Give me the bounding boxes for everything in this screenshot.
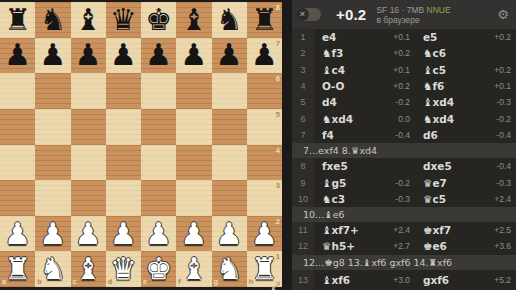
square-h6[interactable]: 6 xyxy=(247,73,282,109)
black-bishop[interactable]: ♝ xyxy=(180,5,207,35)
black-pawn[interactable]: ♟ xyxy=(216,40,243,70)
black-eval: +0.2 xyxy=(494,65,511,75)
white-eval: +0.2 xyxy=(393,48,410,58)
black-eval: -0.3 xyxy=(496,178,511,188)
black-bishop[interactable]: ♝ xyxy=(75,5,102,35)
square-g4[interactable] xyxy=(212,145,247,181)
black-pawn[interactable]: ♟ xyxy=(180,40,207,70)
square-a5[interactable] xyxy=(0,109,35,145)
variation-line-1[interactable]: 7...exf4 8.♛xd4 xyxy=(292,143,516,158)
black-move[interactable]: ♝c5 xyxy=(423,64,446,76)
white-eval: 0.0 xyxy=(398,114,410,124)
move-row-11[interactable]: 11 ♝xf7++2.4 ♚xf7+2.5 xyxy=(292,222,516,238)
move-number: 5 xyxy=(292,94,314,110)
square-a6[interactable] xyxy=(0,73,35,109)
square-f2[interactable]: ♟ xyxy=(176,216,211,252)
square-e6[interactable] xyxy=(141,73,176,109)
white-move[interactable]: ♞c3 xyxy=(322,193,345,205)
square-f6[interactable] xyxy=(176,73,211,109)
black-move[interactable]: ♛e7 xyxy=(423,177,447,189)
square-c8[interactable]: ♝ xyxy=(71,2,106,38)
white-move[interactable]: ♝c4 xyxy=(322,64,345,76)
rank-label-2: 2 xyxy=(276,218,280,226)
square-f5[interactable] xyxy=(176,109,211,145)
white-pawn[interactable]: ♟ xyxy=(39,219,66,249)
square-b3[interactable] xyxy=(35,180,70,216)
square-a1[interactable]: a♜ xyxy=(0,251,35,287)
variation-line-3[interactable]: 12...♚g8 13.♝xf6 gxf6 14.♜xf6 xyxy=(292,255,516,270)
move-number: 13 xyxy=(292,270,314,290)
square-h3[interactable]: 3 xyxy=(247,180,282,216)
white-eval: -0.3 xyxy=(395,194,410,204)
square-h8[interactable]: 8♜ xyxy=(247,2,282,38)
black-eval: -0.3 xyxy=(496,97,511,107)
engine-settings-gear-icon[interactable]: ⚙ xyxy=(497,8,509,21)
white-move[interactable]: ♝xf7+ xyxy=(322,224,359,236)
white-bishop[interactable]: ♝ xyxy=(180,254,207,284)
file-label-f: f xyxy=(178,278,181,286)
square-f3[interactable] xyxy=(176,180,211,216)
move-row-7[interactable]: 7 f4-0.4 d6-0.4 xyxy=(292,127,516,143)
move-row-10[interactable]: 10 ♞c3-0.3 ♛c5+2.4 xyxy=(292,191,516,207)
move-number: 3 xyxy=(292,62,314,78)
black-move[interactable]: gxf6 xyxy=(423,274,449,286)
square-b1[interactable]: b♞ xyxy=(35,251,70,287)
black-knight[interactable]: ♞ xyxy=(39,5,66,35)
file-label-c: c xyxy=(73,278,77,286)
move-number: 10 xyxy=(292,191,314,207)
black-move[interactable]: ♛c5 xyxy=(423,193,446,205)
white-move[interactable]: f4 xyxy=(322,129,334,141)
analysis-panel: × +0.2 SF 16 · 7MB NNUE в браузере ⚙ 1 e… xyxy=(292,0,516,290)
square-h5[interactable]: 5 xyxy=(247,109,282,145)
move-row-3[interactable]: 3 ♝c4+0.1 ♝c5+0.2 xyxy=(292,62,516,78)
move-row-12[interactable]: 12 ♛h5++2.7 ♚e6+3.6 xyxy=(292,238,516,254)
square-a4[interactable] xyxy=(0,145,35,181)
square-g2[interactable]: ♟ xyxy=(212,216,247,252)
square-c4[interactable] xyxy=(71,145,106,181)
square-g1[interactable]: g♞ xyxy=(212,251,247,287)
board-resize-handle-icon[interactable] xyxy=(271,277,281,287)
white-pawn[interactable]: ♟ xyxy=(110,219,137,249)
square-e8[interactable]: ♚ xyxy=(141,2,176,38)
move-row-1[interactable]: 1 e4+0.1 e5+0.2 xyxy=(292,29,516,45)
square-a8[interactable]: ♜ xyxy=(0,2,35,38)
engine-eval: +0.2 xyxy=(336,6,366,23)
square-g3[interactable] xyxy=(212,180,247,216)
black-rook[interactable]: ♜ xyxy=(4,5,31,35)
rank-label-7: 7 xyxy=(276,40,280,48)
rank-label-1: 1 xyxy=(276,253,280,261)
black-eval: -0.2 xyxy=(496,114,511,124)
black-move[interactable]: ♚e6 xyxy=(423,240,447,252)
file-label-e: e xyxy=(143,278,147,286)
square-e1[interactable]: e♚ xyxy=(141,251,176,287)
move-number: 12 xyxy=(292,238,314,254)
move-row-5[interactable]: 5 d4-0.2 ♝xd4-0.3 xyxy=(292,94,516,110)
rank-label-3: 3 xyxy=(276,182,280,190)
move-row-2[interactable]: 2 ♞f3+0.2 ♞c6 xyxy=(292,45,516,61)
black-pawn[interactable]: ♟ xyxy=(39,40,66,70)
black-pawn[interactable]: ♟ xyxy=(75,40,102,70)
white-eval: +2.4 xyxy=(393,225,410,235)
square-e2[interactable]: ♟ xyxy=(141,216,176,252)
black-knight[interactable]: ♞ xyxy=(216,5,243,35)
square-a3[interactable] xyxy=(0,180,35,216)
white-bishop[interactable]: ♝ xyxy=(75,254,102,284)
white-move[interactable]: ♝g5 xyxy=(322,177,346,189)
chess-board-area: ♜♞♝♛♚♝♞8♜♟♟♟♟♟♟♟7♟6543♟♟♟♟♟♟♟2♟a♜b♞c♝d♛e… xyxy=(0,0,292,290)
white-rook[interactable]: ♜ xyxy=(4,254,31,284)
square-d4[interactable] xyxy=(106,145,141,181)
move-number: 4 xyxy=(292,78,314,94)
engine-nnue-badge: NNUE xyxy=(427,5,451,15)
white-pawn[interactable]: ♟ xyxy=(180,219,207,249)
black-king[interactable]: ♚ xyxy=(145,5,172,35)
white-move[interactable]: ♝xf6 xyxy=(322,274,350,286)
black-move[interactable]: dxe5 xyxy=(423,160,452,172)
square-c1[interactable]: c♝ xyxy=(71,251,106,287)
white-eval: -0.4 xyxy=(395,130,410,140)
square-d2[interactable]: ♟ xyxy=(106,216,141,252)
white-move[interactable]: ♛h5+ xyxy=(322,240,355,252)
square-g7[interactable]: ♟ xyxy=(212,38,247,74)
move-number: 9 xyxy=(292,174,314,190)
white-move[interactable]: fxe5 xyxy=(322,160,348,172)
variation-line-2[interactable]: 10...♝e6 xyxy=(292,207,516,222)
white-eval: +3.0 xyxy=(393,275,410,285)
black-eval: -0.4 xyxy=(496,161,511,171)
black-eval: +0.1 xyxy=(494,81,511,91)
black-eval: +5.2 xyxy=(494,275,511,285)
square-f8[interactable]: ♝ xyxy=(176,2,211,38)
square-d6[interactable] xyxy=(106,73,141,109)
move-row-8[interactable]: 8 fxe5 dxe5-0.4 xyxy=(292,158,516,174)
white-pawn[interactable]: ♟ xyxy=(75,219,102,249)
square-g5[interactable] xyxy=(212,109,247,145)
square-b8[interactable]: ♞ xyxy=(35,2,70,38)
square-b7[interactable]: ♟ xyxy=(35,38,70,74)
black-pawn[interactable]: ♟ xyxy=(251,40,278,70)
black-move[interactable]: e5 xyxy=(423,31,437,43)
square-c6[interactable] xyxy=(71,73,106,109)
move-number: 6 xyxy=(292,110,314,126)
black-move[interactable]: ♞f6 xyxy=(423,80,444,92)
white-knight[interactable]: ♞ xyxy=(216,254,243,284)
move-number: 7 xyxy=(292,127,314,143)
white-eval: +0.2 xyxy=(393,81,410,91)
white-eval: -0.2 xyxy=(395,178,410,188)
engine-header: × +0.2 SF 16 · 7MB NNUE в браузере ⚙ xyxy=(292,0,516,29)
engine-info: SF 16 · 7MB NNUE в браузере xyxy=(376,5,450,25)
white-king[interactable]: ♚ xyxy=(145,254,172,284)
white-eval: +0.1 xyxy=(393,32,410,42)
square-c2[interactable]: ♟ xyxy=(71,216,106,252)
black-eval: +3.6 xyxy=(494,241,511,251)
black-move[interactable]: ♝xd4 xyxy=(423,96,454,108)
black-queen[interactable]: ♛ xyxy=(110,5,137,35)
rank-label-8: 8 xyxy=(276,4,280,12)
white-pawn[interactable]: ♟ xyxy=(251,219,278,249)
square-c7[interactable]: ♟ xyxy=(71,38,106,74)
white-eval: -0.2 xyxy=(395,97,410,107)
rank-label-6: 6 xyxy=(276,75,280,83)
engine-toggle[interactable]: × xyxy=(296,8,321,21)
engine-toggle-knob-icon[interactable]: × xyxy=(296,8,309,21)
square-f7[interactable]: ♟ xyxy=(176,38,211,74)
square-b4[interactable] xyxy=(35,145,70,181)
engine-name: SF 16 · 7MB xyxy=(376,5,424,15)
move-number: 1 xyxy=(292,29,314,45)
square-e7[interactable]: ♟ xyxy=(141,38,176,74)
white-move[interactable]: ♞xd4 xyxy=(322,113,353,125)
square-h7[interactable]: 7♟ xyxy=(247,38,282,74)
move-row-9[interactable]: 9 ♝g5-0.2 ♛e7-0.3 xyxy=(292,174,516,190)
black-move[interactable]: ♞xd4 xyxy=(423,113,454,125)
white-queen[interactable]: ♛ xyxy=(110,254,137,284)
square-e5[interactable] xyxy=(141,109,176,145)
file-label-h: h xyxy=(249,278,254,286)
move-number: 11 xyxy=(292,222,314,238)
black-pawn[interactable]: ♟ xyxy=(145,40,172,70)
square-h4[interactable]: 4 xyxy=(247,145,282,181)
square-g6[interactable] xyxy=(212,73,247,109)
black-rook[interactable]: ♜ xyxy=(251,5,278,35)
white-move[interactable]: e4 xyxy=(322,31,336,43)
square-f4[interactable] xyxy=(176,145,211,181)
square-d7[interactable]: ♟ xyxy=(106,38,141,74)
black-eval: -0.4 xyxy=(496,130,511,140)
square-b6[interactable] xyxy=(35,73,70,109)
square-d8[interactable]: ♛ xyxy=(106,2,141,38)
square-f1[interactable]: f♝ xyxy=(176,251,211,287)
black-pawn[interactable]: ♟ xyxy=(4,40,31,70)
file-label-a: a xyxy=(2,278,6,286)
file-label-d: d xyxy=(108,278,113,286)
black-move[interactable]: ♞c6 xyxy=(423,47,446,59)
square-a2[interactable]: ♟ xyxy=(0,216,35,252)
rank-label-4: 4 xyxy=(276,147,280,155)
square-b2[interactable]: ♟ xyxy=(35,216,70,252)
square-d3[interactable] xyxy=(106,180,141,216)
white-eval: +2.7 xyxy=(393,241,410,251)
square-g8[interactable]: ♞ xyxy=(212,2,247,38)
white-move[interactable]: d4 xyxy=(322,96,337,108)
black-eval: +2.5 xyxy=(494,225,511,235)
rank-label-5: 5 xyxy=(276,111,280,119)
square-a7[interactable]: ♟ xyxy=(0,38,35,74)
move-row-13[interactable]: 13 ♝xf6+3.0 gxf6+5.2 xyxy=(292,270,516,290)
black-move[interactable]: ♚xf7 xyxy=(423,224,451,236)
square-e4[interactable] xyxy=(141,145,176,181)
move-number: 2 xyxy=(292,45,314,61)
move-row-6[interactable]: 6 ♞xd40.0 ♞xd4-0.2 xyxy=(292,110,516,126)
square-d5[interactable] xyxy=(106,109,141,145)
black-pawn[interactable]: ♟ xyxy=(110,40,137,70)
black-eval: +0.2 xyxy=(494,32,511,42)
square-c5[interactable] xyxy=(71,109,106,145)
white-knight[interactable]: ♞ xyxy=(39,254,66,284)
white-pawn[interactable]: ♟ xyxy=(145,219,172,249)
black-eval: +2.4 xyxy=(494,194,511,204)
square-d1[interactable]: d♛ xyxy=(106,251,141,287)
white-move[interactable]: ♞f3 xyxy=(322,47,343,59)
file-label-b: b xyxy=(37,278,42,286)
square-c3[interactable] xyxy=(71,180,106,216)
move-row-4[interactable]: 4 O-O+0.2 ♞f6+0.1 xyxy=(292,78,516,94)
black-move[interactable]: d6 xyxy=(423,129,438,141)
engine-location: в браузере xyxy=(376,15,450,25)
white-pawn[interactable]: ♟ xyxy=(216,219,243,249)
chess-board[interactable]: ♜♞♝♛♚♝♞8♜♟♟♟♟♟♟♟7♟6543♟♟♟♟♟♟♟2♟a♜b♞c♝d♛e… xyxy=(0,2,282,287)
file-label-g: g xyxy=(214,278,219,286)
white-eval: +0.1 xyxy=(393,65,410,75)
square-h2[interactable]: 2♟ xyxy=(247,216,282,252)
square-e3[interactable] xyxy=(141,180,176,216)
square-b5[interactable] xyxy=(35,109,70,145)
white-pawn[interactable]: ♟ xyxy=(4,219,31,249)
white-move[interactable]: O-O xyxy=(322,80,344,92)
move-number: 8 xyxy=(292,158,314,174)
